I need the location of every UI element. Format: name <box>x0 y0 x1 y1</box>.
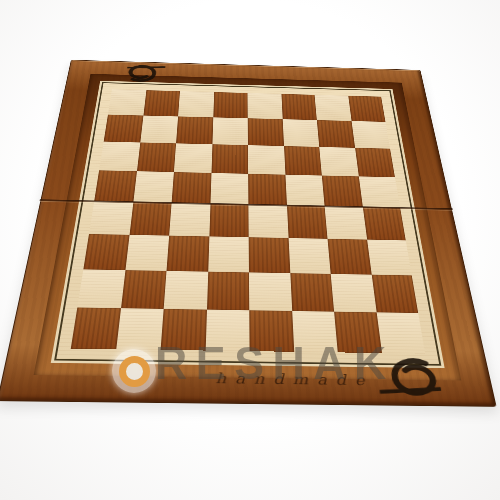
square-c1 <box>161 309 207 351</box>
square-a2 <box>77 269 125 308</box>
square-e4 <box>248 204 288 238</box>
square-c2 <box>164 271 208 310</box>
square-f5 <box>285 175 325 206</box>
square-d6 <box>211 144 248 174</box>
frame-inner-margin <box>34 74 462 381</box>
square-d2 <box>207 272 250 311</box>
pinstripe-light <box>51 81 445 368</box>
square-b4 <box>129 202 171 236</box>
square-b8 <box>143 90 180 116</box>
square-h5 <box>358 176 400 207</box>
square-h8 <box>348 96 386 122</box>
square-f6 <box>284 146 322 175</box>
square-g6 <box>319 147 358 176</box>
square-a3 <box>83 234 129 270</box>
square-c6 <box>174 143 212 173</box>
square-e3 <box>249 237 290 273</box>
square-a8 <box>108 89 146 115</box>
square-h6 <box>355 148 395 177</box>
square-d5 <box>210 173 248 204</box>
product-photo: handmade RESHAK <box>0 0 500 500</box>
square-e7 <box>248 118 284 146</box>
handmade-engraving: handmade <box>197 370 393 389</box>
square-c8 <box>178 91 214 117</box>
square-e5 <box>248 174 286 205</box>
brand-swirl-icon <box>119 62 167 83</box>
square-e8 <box>247 93 282 119</box>
square-h2 <box>371 275 418 313</box>
pinstripe-dark <box>54 82 441 365</box>
square-f8 <box>281 94 317 120</box>
square-b5 <box>133 171 174 203</box>
square-b3 <box>125 235 169 271</box>
squares-grid <box>71 89 425 353</box>
square-c3 <box>166 236 208 272</box>
square-f1 <box>292 311 338 352</box>
square-g1 <box>334 312 381 353</box>
square-d1 <box>205 310 249 352</box>
square-e2 <box>249 272 292 311</box>
chess-board: handmade <box>0 60 497 407</box>
square-h3 <box>367 240 412 276</box>
square-c5 <box>172 172 211 204</box>
square-b7 <box>140 116 178 144</box>
square-f2 <box>290 273 334 312</box>
square-b2 <box>121 270 167 309</box>
square-c4 <box>169 203 210 237</box>
square-g7 <box>317 120 355 148</box>
square-g2 <box>331 274 377 312</box>
square-g3 <box>328 239 372 275</box>
square-a1 <box>71 308 121 350</box>
square-d7 <box>212 117 248 145</box>
square-h7 <box>351 121 390 149</box>
square-f7 <box>282 119 319 147</box>
square-f4 <box>287 205 328 239</box>
square-h4 <box>362 207 405 240</box>
square-f3 <box>288 238 331 274</box>
square-g4 <box>325 206 367 239</box>
square-d8 <box>213 92 248 118</box>
square-b6 <box>137 142 176 172</box>
square-a7 <box>104 115 143 143</box>
square-e1 <box>249 310 294 351</box>
square-d3 <box>208 236 249 272</box>
square-a6 <box>99 142 140 172</box>
square-b1 <box>116 308 164 350</box>
square-d4 <box>209 204 249 238</box>
square-a5 <box>94 170 136 202</box>
square-g5 <box>322 176 363 207</box>
square-h1 <box>376 312 425 353</box>
square-c7 <box>176 116 213 144</box>
playing-field-panel <box>56 83 439 364</box>
square-a4 <box>89 201 133 235</box>
square-g8 <box>315 95 352 121</box>
square-e6 <box>248 145 285 175</box>
